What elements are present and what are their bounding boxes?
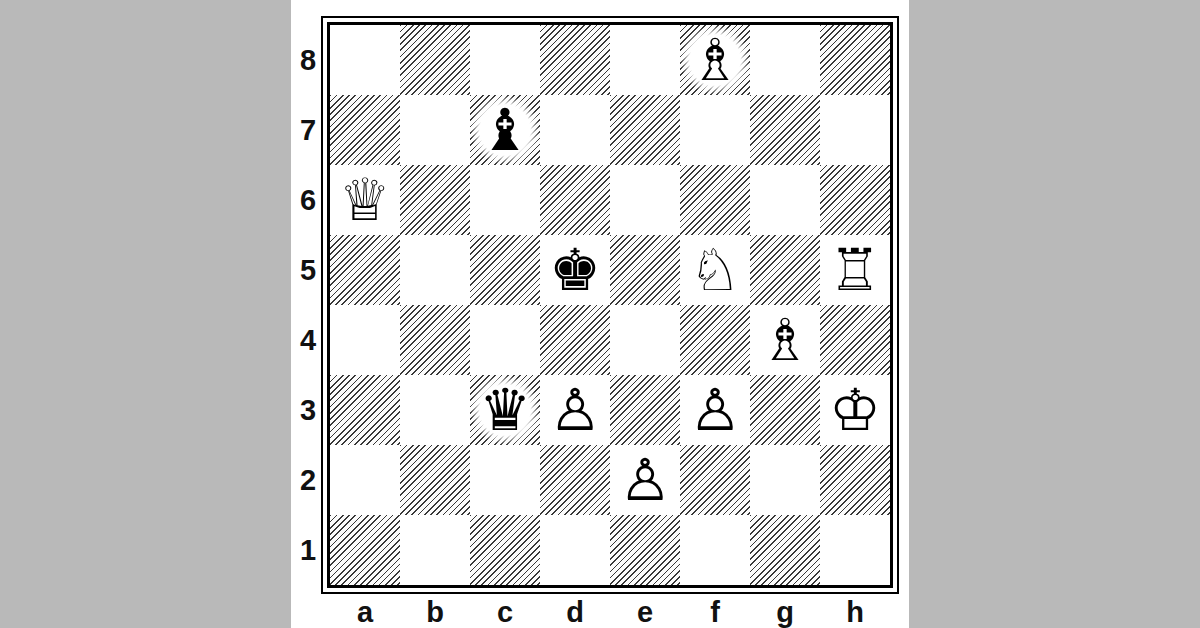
- square-d2[interactable]: [540, 445, 610, 515]
- rank-labels: 87654321: [295, 25, 321, 594]
- rank-label-8: 8: [295, 25, 321, 95]
- square-c4[interactable]: [470, 305, 540, 375]
- board-inner-border: ♗♝♕♚♘♖♗♛♙♙♔♙: [327, 22, 893, 588]
- square-a1[interactable]: [330, 515, 400, 585]
- square-g7[interactable]: [750, 95, 820, 165]
- square-g4[interactable]: ♗: [750, 305, 820, 375]
- rank-label-5: 5: [295, 235, 321, 305]
- square-g5[interactable]: [750, 235, 820, 305]
- square-f8[interactable]: ♗: [680, 25, 750, 95]
- square-a4[interactable]: [330, 305, 400, 375]
- square-f5[interactable]: ♘: [680, 235, 750, 305]
- square-c7[interactable]: ♝: [470, 95, 540, 165]
- square-b4[interactable]: [400, 305, 470, 375]
- square-a8[interactable]: [330, 25, 400, 95]
- white-pawn-d3[interactable]: ♙: [540, 375, 610, 445]
- file-label-g: g: [750, 596, 820, 628]
- square-c2[interactable]: [470, 445, 540, 515]
- file-label-c: c: [470, 596, 540, 628]
- square-e7[interactable]: [610, 95, 680, 165]
- square-e3[interactable]: [610, 375, 680, 445]
- square-c8[interactable]: [470, 25, 540, 95]
- board-outer-border: ♗♝♕♚♘♖♗♛♙♙♔♙: [321, 16, 899, 594]
- square-h5[interactable]: ♖: [820, 235, 890, 305]
- square-g6[interactable]: [750, 165, 820, 235]
- rank-label-4: 4: [295, 305, 321, 375]
- square-g1[interactable]: [750, 515, 820, 585]
- square-e2[interactable]: ♙: [610, 445, 680, 515]
- rank-label-6: 6: [295, 165, 321, 235]
- white-bishop-f8[interactable]: ♗: [680, 25, 750, 95]
- white-king-h3[interactable]: ♔: [820, 375, 890, 445]
- square-a3[interactable]: [330, 375, 400, 445]
- square-f7[interactable]: [680, 95, 750, 165]
- square-f2[interactable]: [680, 445, 750, 515]
- file-label-d: d: [540, 596, 610, 628]
- square-f6[interactable]: [680, 165, 750, 235]
- rank-label-2: 2: [295, 445, 321, 515]
- square-c1[interactable]: [470, 515, 540, 585]
- square-d8[interactable]: [540, 25, 610, 95]
- square-h2[interactable]: [820, 445, 890, 515]
- square-e5[interactable]: [610, 235, 680, 305]
- square-a2[interactable]: [330, 445, 400, 515]
- square-b7[interactable]: [400, 95, 470, 165]
- square-c3[interactable]: ♛: [470, 375, 540, 445]
- square-d5[interactable]: ♚: [540, 235, 610, 305]
- file-label-e: e: [610, 596, 680, 628]
- square-f1[interactable]: [680, 515, 750, 585]
- square-h1[interactable]: [820, 515, 890, 585]
- square-e4[interactable]: [610, 305, 680, 375]
- square-d7[interactable]: [540, 95, 610, 165]
- square-a5[interactable]: [330, 235, 400, 305]
- square-c5[interactable]: [470, 235, 540, 305]
- file-label-h: h: [820, 596, 890, 628]
- square-g8[interactable]: [750, 25, 820, 95]
- chess-diagram: 87654321 ♗♝♕♚♘♖♗♛♙♙♔♙: [295, 16, 909, 594]
- square-b1[interactable]: [400, 515, 470, 585]
- square-d3[interactable]: ♙: [540, 375, 610, 445]
- rank-label-3: 3: [295, 375, 321, 445]
- file-label-f: f: [680, 596, 750, 628]
- white-queen-a6[interactable]: ♕: [330, 165, 400, 235]
- black-king-d5[interactable]: ♚: [540, 235, 610, 305]
- square-h6[interactable]: [820, 165, 890, 235]
- square-h7[interactable]: [820, 95, 890, 165]
- square-b8[interactable]: [400, 25, 470, 95]
- white-pawn-f3[interactable]: ♙: [680, 375, 750, 445]
- square-f3[interactable]: ♙: [680, 375, 750, 445]
- diagram-panel: 87654321 ♗♝♕♚♘♖♗♛♙♙♔♙ abcdefgh: [291, 0, 909, 628]
- square-b3[interactable]: [400, 375, 470, 445]
- file-label-a: a: [330, 596, 400, 628]
- square-c6[interactable]: [470, 165, 540, 235]
- white-knight-f5[interactable]: ♘: [680, 235, 750, 305]
- square-b2[interactable]: [400, 445, 470, 515]
- square-d6[interactable]: [540, 165, 610, 235]
- square-h8[interactable]: [820, 25, 890, 95]
- chess-board: ♗♝♕♚♘♖♗♛♙♙♔♙: [330, 25, 890, 585]
- square-h3[interactable]: ♔: [820, 375, 890, 445]
- white-pawn-e2[interactable]: ♙: [610, 445, 680, 515]
- black-queen-c3[interactable]: ♛: [470, 375, 540, 445]
- square-d4[interactable]: [540, 305, 610, 375]
- square-h4[interactable]: [820, 305, 890, 375]
- white-rook-h5[interactable]: ♖: [820, 235, 890, 305]
- rank-label-7: 7: [295, 95, 321, 165]
- file-labels: abcdefgh: [330, 596, 909, 628]
- square-g2[interactable]: [750, 445, 820, 515]
- white-bishop-g4[interactable]: ♗: [750, 305, 820, 375]
- square-b5[interactable]: [400, 235, 470, 305]
- square-f4[interactable]: [680, 305, 750, 375]
- black-bishop-c7[interactable]: ♝: [470, 95, 540, 165]
- square-d1[interactable]: [540, 515, 610, 585]
- square-a6[interactable]: ♕: [330, 165, 400, 235]
- square-e8[interactable]: [610, 25, 680, 95]
- file-label-b: b: [400, 596, 470, 628]
- square-a7[interactable]: [330, 95, 400, 165]
- square-e1[interactable]: [610, 515, 680, 585]
- square-b6[interactable]: [400, 165, 470, 235]
- rank-label-1: 1: [295, 515, 321, 585]
- square-g3[interactable]: [750, 375, 820, 445]
- square-e6[interactable]: [610, 165, 680, 235]
